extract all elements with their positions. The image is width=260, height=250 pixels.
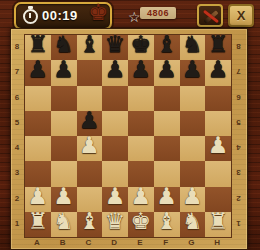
- piece-white-pawn-f2[interactable]: ♟: [154, 184, 180, 209]
- rank-label-right-7: 7: [230, 59, 247, 84]
- square-a4[interactable]: [25, 136, 51, 161]
- square-d7[interactable]: ♟: [102, 60, 128, 85]
- piece-white-knight-b1[interactable]: ♞: [51, 209, 77, 234]
- crossed-pencil-button[interactable]: [197, 4, 223, 27]
- chess-board: ♜♞♝♛♚♝♞♜♟♟♟♟♟♟♟♟♟♟♟♟♟♟♟♟♜♞♝♛♚♝♞♜: [24, 34, 232, 238]
- file-label-f: F: [153, 235, 179, 249]
- rank-label-6: 6: [11, 85, 23, 110]
- piece-black-pawn-h7[interactable]: ♟: [205, 57, 231, 82]
- file-label-h: H: [204, 235, 230, 249]
- rank-label-4: 4: [11, 135, 23, 160]
- square-d5[interactable]: [102, 111, 128, 136]
- piece-white-bishop-f1[interactable]: ♝: [154, 209, 180, 234]
- square-a1[interactable]: ♜: [25, 212, 51, 237]
- star-icon: ☆: [128, 9, 141, 25]
- square-b4[interactable]: [51, 136, 77, 161]
- square-h7[interactable]: ♟: [205, 60, 231, 85]
- piece-black-knight-b8[interactable]: ♞: [51, 32, 77, 57]
- file-label-d: D: [101, 235, 127, 249]
- square-e4[interactable]: [128, 136, 154, 161]
- file-label-g: G: [179, 235, 205, 249]
- square-h1[interactable]: ♜: [205, 212, 231, 237]
- square-f4[interactable]: [154, 136, 180, 161]
- file-label-b: B: [50, 235, 76, 249]
- square-f6[interactable]: [154, 86, 180, 111]
- square-g6[interactable]: [180, 86, 206, 111]
- square-f1[interactable]: ♝: [154, 212, 180, 237]
- square-g5[interactable]: [180, 111, 206, 136]
- square-b1[interactable]: ♞: [51, 212, 77, 237]
- square-f7[interactable]: ♟: [154, 60, 180, 85]
- piece-white-rook-h1[interactable]: ♜: [205, 209, 231, 234]
- stopwatch-icon: [23, 9, 38, 24]
- piece-black-pawn-a7[interactable]: ♟: [25, 57, 51, 82]
- piece-black-pawn-c5[interactable]: ♟: [77, 108, 103, 133]
- square-c8[interactable]: ♝: [77, 35, 103, 60]
- square-e6[interactable]: [128, 86, 154, 111]
- score-badge: 4806: [140, 7, 176, 19]
- square-a5[interactable]: [25, 111, 51, 136]
- piece-black-pawn-f7[interactable]: ♟: [154, 57, 180, 82]
- timer-value: 00:19: [42, 8, 78, 23]
- rank-label-2: 2: [11, 186, 23, 211]
- square-h4[interactable]: ♟: [205, 136, 231, 161]
- piece-white-king-e1[interactable]: ♚: [128, 209, 154, 234]
- rank-label-right-8: 8: [230, 34, 247, 59]
- rank-label-right-6: 6: [230, 85, 247, 110]
- piece-black-knight-g8[interactable]: ♞: [180, 32, 206, 57]
- timer-box: 00:19 ♚: [14, 2, 112, 30]
- game-screen: 00:19 ♚ ☆ 4806 X 87654321 87654321 ♜♞♝♛♚…: [0, 0, 260, 250]
- square-g7[interactable]: ♟: [180, 60, 206, 85]
- rank-label-right-2: 2: [230, 186, 247, 211]
- piece-white-pawn-h4[interactable]: ♟: [205, 133, 231, 158]
- square-d1[interactable]: ♛: [102, 212, 128, 237]
- square-c1[interactable]: ♝: [77, 212, 103, 237]
- piece-black-pawn-b7[interactable]: ♟: [51, 57, 77, 82]
- piece-black-bishop-c8[interactable]: ♝: [77, 32, 103, 57]
- piece-white-queen-d1[interactable]: ♛: [102, 209, 128, 234]
- piece-white-bishop-c1[interactable]: ♝: [77, 209, 103, 234]
- square-f5[interactable]: [154, 111, 180, 136]
- file-label-a: A: [24, 235, 50, 249]
- piece-white-pawn-b2[interactable]: ♟: [51, 184, 77, 209]
- square-h6[interactable]: [205, 86, 231, 111]
- piece-white-pawn-a2[interactable]: ♟: [25, 184, 51, 209]
- rank-label-right-3: 3: [230, 160, 247, 185]
- square-c4[interactable]: ♟: [77, 136, 103, 161]
- square-a6[interactable]: [25, 86, 51, 111]
- piece-white-pawn-e2[interactable]: ♟: [128, 184, 154, 209]
- piece-white-pawn-g2[interactable]: ♟: [180, 184, 206, 209]
- square-b6[interactable]: [51, 86, 77, 111]
- file-label-e: E: [127, 235, 153, 249]
- square-c7[interactable]: [77, 60, 103, 85]
- piece-black-pawn-e7[interactable]: ♟: [128, 57, 154, 82]
- file-labels: ABCDEFGH: [24, 235, 230, 249]
- piece-white-rook-a1[interactable]: ♜: [25, 209, 51, 234]
- rank-label-1: 1: [11, 211, 23, 236]
- square-e5[interactable]: [128, 111, 154, 136]
- turn-indicator-piece-icon: ♚: [88, 0, 108, 26]
- square-d6[interactable]: [102, 86, 128, 111]
- piece-black-rook-a8[interactable]: ♜: [25, 32, 51, 57]
- piece-white-pawn-d2[interactable]: ♟: [102, 184, 128, 209]
- square-c3[interactable]: [77, 161, 103, 186]
- piece-white-knight-g1[interactable]: ♞: [180, 209, 206, 234]
- file-label-c: C: [76, 235, 102, 249]
- piece-black-king-e8[interactable]: ♚: [128, 32, 154, 57]
- rank-label-right-5: 5: [230, 110, 247, 135]
- piece-white-pawn-c4[interactable]: ♟: [77, 133, 103, 158]
- rank-label-right-1: 1: [230, 211, 247, 236]
- rank-labels-right: 87654321: [230, 34, 247, 236]
- square-e1[interactable]: ♚: [128, 212, 154, 237]
- rank-label-5: 5: [11, 110, 23, 135]
- close-x-icon: X: [237, 8, 246, 23]
- piece-black-queen-d8[interactable]: ♛: [102, 32, 128, 57]
- rank-label-7: 7: [11, 59, 23, 84]
- rank-label-3: 3: [11, 160, 23, 185]
- piece-black-pawn-g7[interactable]: ♟: [180, 57, 206, 82]
- square-b5[interactable]: [51, 111, 77, 136]
- square-b7[interactable]: ♟: [51, 60, 77, 85]
- piece-black-bishop-f8[interactable]: ♝: [154, 32, 180, 57]
- rank-label-8: 8: [11, 34, 23, 59]
- square-d4[interactable]: [102, 136, 128, 161]
- square-e7[interactable]: ♟: [128, 60, 154, 85]
- square-g1[interactable]: ♞: [180, 212, 206, 237]
- square-a7[interactable]: ♟: [25, 60, 51, 85]
- piece-black-pawn-d7[interactable]: ♟: [102, 57, 128, 82]
- square-g4[interactable]: [180, 136, 206, 161]
- rank-label-right-4: 4: [230, 135, 247, 160]
- score-value: 4806: [147, 8, 169, 18]
- close-button[interactable]: X: [228, 4, 254, 27]
- chess-board-frame: 87654321 87654321 ♜♞♝♛♚♝♞♜♟♟♟♟♟♟♟♟♟♟♟♟♟♟…: [10, 28, 248, 250]
- rank-labels-left: 87654321: [11, 34, 23, 236]
- piece-black-rook-h8[interactable]: ♜: [205, 32, 231, 57]
- square-h3[interactable]: [205, 161, 231, 186]
